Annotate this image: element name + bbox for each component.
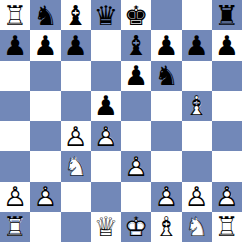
- square-c7[interactable]: ♟: [61, 30, 91, 60]
- square-g2[interactable]: ♟♙: [182, 182, 212, 212]
- square-e4[interactable]: [121, 121, 151, 151]
- square-e7[interactable]: ♝: [121, 30, 151, 60]
- square-d6[interactable]: [91, 61, 121, 91]
- white-pawn-fill: ♟: [182, 182, 210, 210]
- white-rook: ♖: [0, 212, 30, 242]
- square-c2[interactable]: [61, 182, 91, 212]
- black-pawn: ♟: [0, 30, 30, 60]
- square-c5[interactable]: [61, 91, 91, 121]
- square-g8[interactable]: [182, 0, 212, 30]
- white-pawn: ♙: [61, 121, 91, 151]
- square-g3[interactable]: [182, 151, 212, 181]
- white-pawn-fill: ♟: [92, 122, 120, 150]
- white-pawn-fill: ♟: [1, 182, 29, 210]
- square-e6[interactable]: ♟: [121, 61, 151, 91]
- square-b7[interactable]: ♟: [30, 30, 60, 60]
- square-g1[interactable]: ♞♘: [182, 212, 212, 242]
- white-knight-fill: ♞: [61, 152, 89, 180]
- square-e2[interactable]: [121, 182, 151, 212]
- square-f4[interactable]: [151, 121, 181, 151]
- white-knight: ♘: [61, 151, 91, 181]
- square-e5[interactable]: [121, 91, 151, 121]
- square-c4[interactable]: ♟♙: [61, 121, 91, 151]
- black-knight: ♞: [151, 61, 181, 91]
- white-rook-fill: ♜: [1, 1, 29, 29]
- square-f7[interactable]: ♟: [151, 30, 181, 60]
- square-e3[interactable]: ♟♙: [121, 151, 151, 181]
- square-d3[interactable]: [91, 151, 121, 181]
- black-pawn: ♟: [30, 30, 60, 60]
- black-pawn: ♟: [182, 30, 212, 60]
- square-e1[interactable]: ♚♔: [121, 212, 151, 242]
- square-g5[interactable]: ♝♗: [182, 91, 212, 121]
- black-pawn: ♟: [151, 30, 181, 60]
- white-pawn-fill: ♟: [31, 182, 59, 210]
- square-a7[interactable]: ♟: [0, 30, 30, 60]
- square-b5[interactable]: [30, 91, 60, 121]
- chess-board: ♜♖♞♝♛♚♜♟♟♟♝♟♟♟♟♞♟♝♗♟♙♟♙♞♘♟♙♟♙♟♙♟♙♟♙♟♙♜♖♛…: [0, 0, 242, 242]
- white-rook: ♖: [0, 0, 30, 30]
- black-pawn: ♟: [121, 61, 151, 91]
- square-d8[interactable]: ♛: [91, 0, 121, 30]
- black-bishop: ♝: [121, 30, 151, 60]
- black-king: ♚: [121, 0, 151, 30]
- square-b2[interactable]: ♟♙: [30, 182, 60, 212]
- square-a5[interactable]: [0, 91, 30, 121]
- chess-board-wrap: ♜♖♞♝♛♚♜♟♟♟♝♟♟♟♟♞♟♝♗♟♙♟♙♞♘♟♙♟♙♟♙♟♙♟♙♟♙♜♖♛…: [0, 0, 242, 242]
- black-pawn: ♟: [91, 91, 121, 121]
- square-f1[interactable]: ♝♗: [151, 212, 181, 242]
- square-d5[interactable]: ♟: [91, 91, 121, 121]
- square-c1[interactable]: [61, 212, 91, 242]
- square-b4[interactable]: [30, 121, 60, 151]
- square-g7[interactable]: ♟: [182, 30, 212, 60]
- square-f6[interactable]: ♞: [151, 61, 181, 91]
- white-pawn: ♙: [151, 182, 181, 212]
- white-bishop: ♗: [151, 212, 181, 242]
- square-h2[interactable]: ♟♙: [212, 182, 242, 212]
- square-d2[interactable]: [91, 182, 121, 212]
- black-queen: ♛: [91, 0, 121, 30]
- square-a2[interactable]: ♟♙: [0, 182, 30, 212]
- square-g4[interactable]: [182, 121, 212, 151]
- white-pawn: ♙: [182, 182, 212, 212]
- square-c3[interactable]: ♞♘: [61, 151, 91, 181]
- square-h8[interactable]: ♜: [212, 0, 242, 30]
- square-a1[interactable]: ♜♖: [0, 212, 30, 242]
- black-pawn: ♟: [212, 30, 242, 60]
- square-a3[interactable]: [0, 151, 30, 181]
- square-b6[interactable]: [30, 61, 60, 91]
- white-rook-fill: ♜: [1, 213, 29, 241]
- square-g6[interactable]: [182, 61, 212, 91]
- square-h3[interactable]: [212, 151, 242, 181]
- square-h1[interactable]: ♜♖: [212, 212, 242, 242]
- black-knight: ♞: [30, 0, 60, 30]
- white-king: ♔: [121, 212, 151, 242]
- square-h6[interactable]: [212, 61, 242, 91]
- white-pawn-fill: ♟: [152, 182, 180, 210]
- white-pawn: ♙: [212, 182, 242, 212]
- white-bishop: ♗: [182, 91, 212, 121]
- white-pawn-fill: ♟: [122, 152, 150, 180]
- white-pawn: ♙: [0, 182, 30, 212]
- white-pawn-fill: ♟: [61, 122, 89, 150]
- square-f8[interactable]: [151, 0, 181, 30]
- square-b1[interactable]: [30, 212, 60, 242]
- square-b8[interactable]: ♞: [30, 0, 60, 30]
- square-c8[interactable]: ♝: [61, 0, 91, 30]
- square-a4[interactable]: [0, 121, 30, 151]
- black-pawn: ♟: [61, 30, 91, 60]
- white-queen: ♕: [91, 212, 121, 242]
- white-knight: ♘: [182, 212, 212, 242]
- square-e8[interactable]: ♚: [121, 0, 151, 30]
- square-f3[interactable]: [151, 151, 181, 181]
- square-a6[interactable]: [0, 61, 30, 91]
- black-rook: ♜: [212, 0, 242, 30]
- black-bishop: ♝: [61, 0, 91, 30]
- square-d4[interactable]: ♟♙: [91, 121, 121, 151]
- square-h5[interactable]: [212, 91, 242, 121]
- white-pawn-fill: ♟: [213, 182, 241, 210]
- square-d1[interactable]: ♛♕: [91, 212, 121, 242]
- white-pawn: ♙: [121, 151, 151, 181]
- square-b3[interactable]: [30, 151, 60, 181]
- white-pawn: ♙: [91, 121, 121, 151]
- white-rook: ♖: [212, 212, 242, 242]
- white-king-fill: ♚: [122, 213, 150, 241]
- white-pawn: ♙: [30, 182, 60, 212]
- square-d7[interactable]: [91, 30, 121, 60]
- square-f2[interactable]: ♟♙: [151, 182, 181, 212]
- white-queen-fill: ♛: [92, 213, 120, 241]
- white-rook-fill: ♜: [213, 213, 241, 241]
- white-knight-fill: ♞: [182, 213, 210, 241]
- square-h4[interactable]: [212, 121, 242, 151]
- square-a8[interactable]: ♜♖: [0, 0, 30, 30]
- square-h7[interactable]: ♟: [212, 30, 242, 60]
- square-f5[interactable]: [151, 91, 181, 121]
- square-c6[interactable]: [61, 61, 91, 91]
- white-bishop-fill: ♝: [152, 213, 180, 241]
- white-bishop-fill: ♝: [182, 92, 210, 120]
